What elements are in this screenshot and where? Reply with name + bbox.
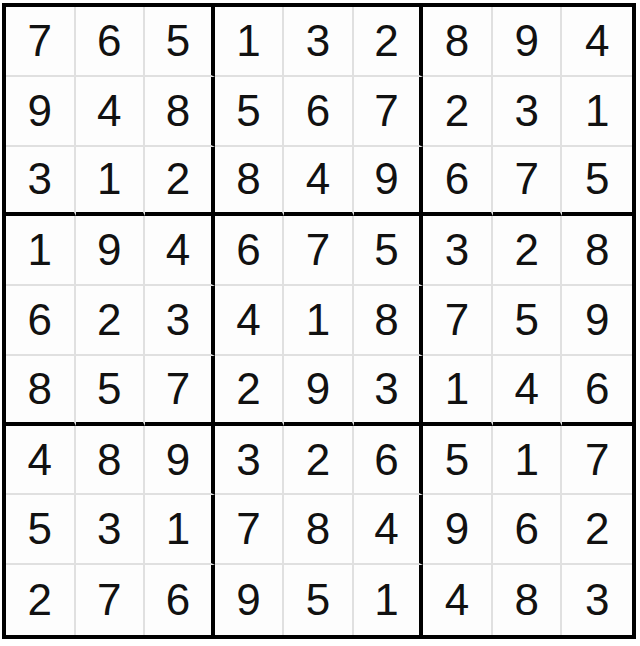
cell-r1c4[interactable]: 1 (215, 7, 285, 77)
cell-r5c3[interactable]: 3 (145, 286, 215, 356)
cell-r4c1[interactable]: 1 (6, 216, 76, 286)
cell-r7c6[interactable]: 6 (354, 426, 424, 496)
cell-r6c7[interactable]: 1 (423, 356, 493, 426)
cell-r5c5[interactable]: 1 (284, 286, 354, 356)
cell-r5c4[interactable]: 4 (215, 286, 285, 356)
sudoku-page: 7651328949485672313128496751946753286234… (0, 0, 640, 646)
cell-r4c6[interactable]: 5 (354, 216, 424, 286)
cell-r2c7[interactable]: 2 (423, 77, 493, 147)
cell-r6c8[interactable]: 4 (493, 356, 563, 426)
cell-r8c2[interactable]: 3 (76, 495, 146, 565)
cell-r2c6[interactable]: 7 (354, 77, 424, 147)
cell-r3c8[interactable]: 7 (493, 147, 563, 217)
cell-r4c9[interactable]: 8 (562, 216, 632, 286)
cell-r3c1[interactable]: 3 (6, 147, 76, 217)
sudoku-board: 7651328949485672313128496751946753286234… (2, 3, 636, 639)
cell-r7c4[interactable]: 3 (215, 426, 285, 496)
cell-r1c9[interactable]: 4 (562, 7, 632, 77)
cell-r2c8[interactable]: 3 (493, 77, 563, 147)
cell-r2c9[interactable]: 1 (562, 77, 632, 147)
cell-r9c9[interactable]: 3 (562, 565, 632, 635)
cell-r5c2[interactable]: 2 (76, 286, 146, 356)
cell-r7c7[interactable]: 5 (423, 426, 493, 496)
cell-r8c9[interactable]: 2 (562, 495, 632, 565)
cell-r4c5[interactable]: 7 (284, 216, 354, 286)
cell-r2c1[interactable]: 9 (6, 77, 76, 147)
cell-r1c2[interactable]: 6 (76, 7, 146, 77)
cell-r3c2[interactable]: 1 (76, 147, 146, 217)
cell-r4c7[interactable]: 3 (423, 216, 493, 286)
cell-r6c9[interactable]: 6 (562, 356, 632, 426)
cell-r8c7[interactable]: 9 (423, 495, 493, 565)
cell-r7c2[interactable]: 8 (76, 426, 146, 496)
cell-r4c8[interactable]: 2 (493, 216, 563, 286)
cell-r7c5[interactable]: 2 (284, 426, 354, 496)
cell-r5c7[interactable]: 7 (423, 286, 493, 356)
cell-r5c1[interactable]: 6 (6, 286, 76, 356)
cell-r8c8[interactable]: 6 (493, 495, 563, 565)
cell-r1c6[interactable]: 2 (354, 7, 424, 77)
cell-r2c2[interactable]: 4 (76, 77, 146, 147)
cell-r2c3[interactable]: 8 (145, 77, 215, 147)
cell-r9c3[interactable]: 6 (145, 565, 215, 635)
cell-r8c4[interactable]: 7 (215, 495, 285, 565)
cell-r1c8[interactable]: 9 (493, 7, 563, 77)
cell-r5c6[interactable]: 8 (354, 286, 424, 356)
cell-r6c4[interactable]: 2 (215, 356, 285, 426)
cell-r2c4[interactable]: 5 (215, 77, 285, 147)
cell-r4c3[interactable]: 4 (145, 216, 215, 286)
cell-r4c4[interactable]: 6 (215, 216, 285, 286)
cell-r6c3[interactable]: 7 (145, 356, 215, 426)
cell-r7c3[interactable]: 9 (145, 426, 215, 496)
cell-r3c3[interactable]: 2 (145, 147, 215, 217)
cell-r9c1[interactable]: 2 (6, 565, 76, 635)
cell-r3c7[interactable]: 6 (423, 147, 493, 217)
cell-r8c3[interactable]: 1 (145, 495, 215, 565)
cell-r3c9[interactable]: 5 (562, 147, 632, 217)
cell-r6c2[interactable]: 5 (76, 356, 146, 426)
cell-r8c6[interactable]: 4 (354, 495, 424, 565)
cell-r1c1[interactable]: 7 (6, 7, 76, 77)
cell-r1c5[interactable]: 3 (284, 7, 354, 77)
cell-r5c8[interactable]: 5 (493, 286, 563, 356)
cell-r7c9[interactable]: 7 (562, 426, 632, 496)
cell-r7c8[interactable]: 1 (493, 426, 563, 496)
cell-r3c5[interactable]: 4 (284, 147, 354, 217)
cell-r8c1[interactable]: 5 (6, 495, 76, 565)
cell-r3c4[interactable]: 8 (215, 147, 285, 217)
cell-r9c4[interactable]: 9 (215, 565, 285, 635)
cell-r1c7[interactable]: 8 (423, 7, 493, 77)
cell-r9c2[interactable]: 7 (76, 565, 146, 635)
cell-r6c5[interactable]: 9 (284, 356, 354, 426)
cell-r9c7[interactable]: 4 (423, 565, 493, 635)
cell-r9c6[interactable]: 1 (354, 565, 424, 635)
cell-r9c8[interactable]: 8 (493, 565, 563, 635)
cell-r5c9[interactable]: 9 (562, 286, 632, 356)
cell-r1c3[interactable]: 5 (145, 7, 215, 77)
cell-r8c5[interactable]: 8 (284, 495, 354, 565)
cell-r9c5[interactable]: 5 (284, 565, 354, 635)
cell-r3c6[interactable]: 9 (354, 147, 424, 217)
cell-r6c1[interactable]: 8 (6, 356, 76, 426)
cell-r7c1[interactable]: 4 (6, 426, 76, 496)
cell-r6c6[interactable]: 3 (354, 356, 424, 426)
cell-r4c2[interactable]: 9 (76, 216, 146, 286)
cell-r2c5[interactable]: 6 (284, 77, 354, 147)
